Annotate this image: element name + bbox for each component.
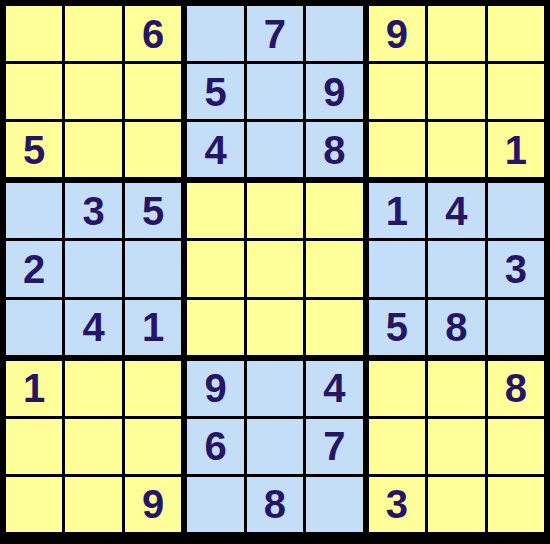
block-1-3: 91 (369, 6, 544, 177)
block-3-2: 94678 (187, 361, 362, 532)
cell-r1c8[interactable] (428, 6, 484, 61)
cell-r2c7[interactable] (369, 64, 425, 119)
cell-r9c3: 9 (125, 477, 181, 532)
cell-r3c1: 5 (6, 122, 62, 177)
cell-r7c8[interactable] (428, 361, 484, 416)
cell-r9c2[interactable] (65, 477, 121, 532)
cell-r3c2[interactable] (65, 122, 121, 177)
cell-r7c9: 8 (488, 361, 544, 416)
cell-r2c4: 5 (187, 64, 243, 119)
cell-r7c6: 4 (306, 361, 362, 416)
cell-r1c5: 7 (247, 6, 303, 61)
cell-r1c6[interactable] (306, 6, 362, 61)
cell-r5c5[interactable] (247, 241, 303, 296)
cell-r8c8[interactable] (428, 419, 484, 474)
cell-r7c7[interactable] (369, 361, 425, 416)
cell-r2c5[interactable] (247, 64, 303, 119)
cell-r6c6[interactable] (306, 300, 362, 355)
block-2-3: 14358 (369, 183, 544, 354)
cell-r6c1[interactable] (6, 300, 62, 355)
cell-r3c7[interactable] (369, 122, 425, 177)
cell-r5c7[interactable] (369, 241, 425, 296)
block-2-2 (187, 183, 362, 354)
cell-r1c4[interactable] (187, 6, 243, 61)
cell-r1c7: 9 (369, 6, 425, 61)
cell-r3c6: 8 (306, 122, 362, 177)
sudoku-board: 6575948913524114358199467883 (6, 6, 544, 532)
cell-r4c9[interactable] (488, 183, 544, 238)
cell-r7c2[interactable] (65, 361, 121, 416)
block-3-1: 19 (6, 361, 181, 532)
cell-r2c6: 9 (306, 64, 362, 119)
cell-r1c1[interactable] (6, 6, 62, 61)
cell-r3c3[interactable] (125, 122, 181, 177)
cell-r2c8[interactable] (428, 64, 484, 119)
cell-r6c5[interactable] (247, 300, 303, 355)
block-3-3: 83 (369, 361, 544, 532)
cell-r8c1[interactable] (6, 419, 62, 474)
cell-r4c3: 5 (125, 183, 181, 238)
cell-r8c6: 7 (306, 419, 362, 474)
cell-r5c6[interactable] (306, 241, 362, 296)
cell-r2c3[interactable] (125, 64, 181, 119)
cell-r9c9[interactable] (488, 477, 544, 532)
cell-r6c7: 5 (369, 300, 425, 355)
cell-r6c2: 4 (65, 300, 121, 355)
cell-r7c3[interactable] (125, 361, 181, 416)
cell-r8c2[interactable] (65, 419, 121, 474)
cell-r6c3: 1 (125, 300, 181, 355)
cell-r8c9[interactable] (488, 419, 544, 474)
cell-r8c7[interactable] (369, 419, 425, 474)
cell-r5c8[interactable] (428, 241, 484, 296)
cell-r8c4: 6 (187, 419, 243, 474)
cell-r6c8: 8 (428, 300, 484, 355)
cell-r5c2[interactable] (65, 241, 121, 296)
cell-r8c5[interactable] (247, 419, 303, 474)
cell-r4c8: 4 (428, 183, 484, 238)
cell-r2c9[interactable] (488, 64, 544, 119)
cell-r4c4[interactable] (187, 183, 243, 238)
cell-r3c9: 1 (488, 122, 544, 177)
block-1-1: 65 (6, 6, 181, 177)
cell-r1c3: 6 (125, 6, 181, 61)
cell-r3c4: 4 (187, 122, 243, 177)
block-2-1: 35241 (6, 183, 181, 354)
cell-r9c4[interactable] (187, 477, 243, 532)
cell-r1c2[interactable] (65, 6, 121, 61)
cell-r4c1[interactable] (6, 183, 62, 238)
cell-r2c2[interactable] (65, 64, 121, 119)
cell-r8c3[interactable] (125, 419, 181, 474)
cell-r4c5[interactable] (247, 183, 303, 238)
cell-r4c6[interactable] (306, 183, 362, 238)
cell-r9c7: 3 (369, 477, 425, 532)
cell-r5c1: 2 (6, 241, 62, 296)
cell-r4c2: 3 (65, 183, 121, 238)
cell-r9c5: 8 (247, 477, 303, 532)
cell-r5c4[interactable] (187, 241, 243, 296)
block-1-2: 75948 (187, 6, 362, 177)
cell-r5c9: 3 (488, 241, 544, 296)
cell-r3c8[interactable] (428, 122, 484, 177)
cell-r7c4: 9 (187, 361, 243, 416)
cell-r3c5[interactable] (247, 122, 303, 177)
cell-r6c9[interactable] (488, 300, 544, 355)
cell-r7c1: 1 (6, 361, 62, 416)
cell-r1c9[interactable] (488, 6, 544, 61)
cell-r9c1[interactable] (6, 477, 62, 532)
cell-r4c7: 1 (369, 183, 425, 238)
cell-r9c6[interactable] (306, 477, 362, 532)
cell-r5c3[interactable] (125, 241, 181, 296)
cell-r9c8[interactable] (428, 477, 484, 532)
cell-r2c1[interactable] (6, 64, 62, 119)
cell-r6c4[interactable] (187, 300, 243, 355)
cell-r7c5[interactable] (247, 361, 303, 416)
